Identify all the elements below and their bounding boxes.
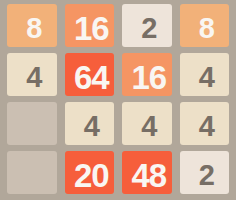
tile-48-r4c3: 48	[122, 151, 172, 194]
tile-number: 20	[74, 159, 109, 192]
tile-number: 64	[74, 61, 109, 94]
tile-number: 2	[199, 161, 214, 190]
tile-2-r4c4: 2	[180, 151, 230, 194]
board-2048[interactable]: 8162846416444420482	[0, 0, 236, 200]
tile-4-r2c1: 4	[7, 53, 57, 96]
tile-number: 4	[26, 63, 41, 92]
tile-8-r1c4: 8	[180, 4, 230, 47]
empty-cell-r4c1	[7, 151, 57, 194]
tile-number: 48	[131, 159, 166, 192]
tile-number: 4	[84, 112, 99, 141]
tile-number: 16	[74, 12, 109, 45]
tile-number: 8	[199, 14, 214, 43]
tile-4-r3c2: 4	[65, 102, 115, 145]
tile-number: 2	[141, 14, 156, 43]
tile-20-r4c2: 20	[65, 151, 115, 194]
tile-64-r2c2: 64	[65, 53, 115, 96]
tile-4-r2c4: 4	[180, 53, 230, 96]
tile-number: 16	[131, 61, 166, 94]
tile-number: 4	[141, 112, 156, 141]
tile-4-r3c4: 4	[180, 102, 230, 145]
empty-cell-r3c1	[7, 102, 57, 145]
tile-16-r1c2: 16	[65, 4, 115, 47]
tile-number: 4	[199, 63, 214, 92]
tile-8-r1c1: 8	[7, 4, 57, 47]
tile-number: 8	[26, 14, 41, 43]
tile-2-r1c3: 2	[122, 4, 172, 47]
tile-4-r3c3: 4	[122, 102, 172, 145]
tile-number: 4	[199, 112, 214, 141]
tile-16-r2c3: 16	[122, 53, 172, 96]
